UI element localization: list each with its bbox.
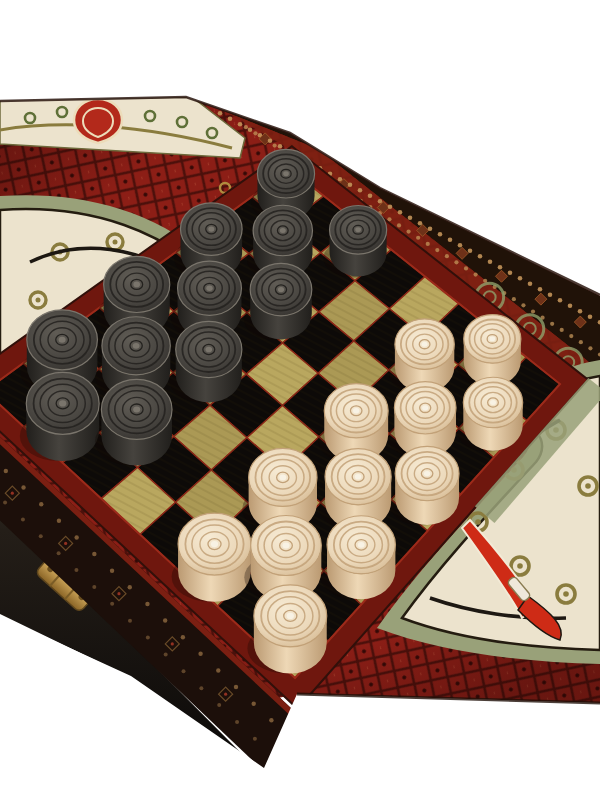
piece-center-dot [424,471,430,476]
piece-center-dot [206,285,212,290]
piece-center-dot [287,613,294,619]
piece-center-dot [422,342,428,347]
piece-center-dot [282,542,289,548]
piece-center-dot [59,337,66,343]
piece-center-dot [133,282,140,288]
piece-center-dot [278,287,284,292]
piece-center-dot [353,408,359,413]
piece-center-dot [422,405,428,410]
piece-center-dot [280,228,286,233]
piece-center-dot [490,400,496,405]
piece-center-dot [205,347,212,353]
photo-scene [0,0,600,800]
piece-center-dot [133,406,140,412]
piece-center-dot [358,542,365,548]
piece-center-dot [489,336,495,341]
piece-center-dot [211,541,218,547]
piece-center-dot [355,474,362,480]
checkers-set-photo [0,0,600,800]
piece-center-dot [283,171,289,176]
piece-center-dot [279,474,286,480]
piece-center-dot [59,400,66,406]
piece-center-dot [133,343,140,349]
piece-center-dot [355,227,361,232]
piece-center-dot [208,226,214,231]
